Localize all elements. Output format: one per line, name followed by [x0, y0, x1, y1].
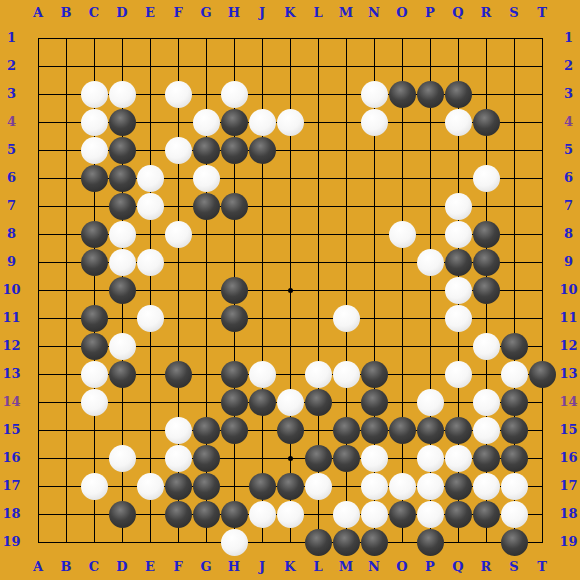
intersection-B19[interactable] [52, 528, 80, 556]
intersection-Q12[interactable] [444, 332, 472, 360]
intersection-E12[interactable] [136, 332, 164, 360]
intersection-C17[interactable] [80, 472, 108, 500]
intersection-O1[interactable] [388, 24, 416, 52]
intersection-F18[interactable] [164, 500, 192, 528]
intersection-B11[interactable] [52, 304, 80, 332]
intersection-Q14[interactable] [444, 388, 472, 416]
intersection-D5[interactable] [108, 136, 136, 164]
intersection-Q2[interactable] [444, 52, 472, 80]
intersection-A11[interactable] [24, 304, 52, 332]
intersection-T16[interactable] [528, 444, 556, 472]
intersection-Q1[interactable] [444, 24, 472, 52]
intersection-Q18[interactable] [444, 500, 472, 528]
intersection-K15[interactable] [276, 416, 304, 444]
intersection-L14[interactable] [304, 388, 332, 416]
intersection-G14[interactable] [192, 388, 220, 416]
intersection-R7[interactable] [472, 192, 500, 220]
intersection-D7[interactable] [108, 192, 136, 220]
intersection-A14[interactable] [24, 388, 52, 416]
intersection-H2[interactable] [220, 52, 248, 80]
intersection-Q9[interactable] [444, 248, 472, 276]
intersection-C15[interactable] [80, 416, 108, 444]
intersection-D8[interactable] [108, 220, 136, 248]
intersection-R15[interactable] [472, 416, 500, 444]
intersection-K17[interactable] [276, 472, 304, 500]
intersection-M13[interactable] [332, 360, 360, 388]
intersection-R1[interactable] [472, 24, 500, 52]
intersection-F5[interactable] [164, 136, 192, 164]
intersection-R2[interactable] [472, 52, 500, 80]
intersection-B15[interactable] [52, 416, 80, 444]
intersection-G11[interactable] [192, 304, 220, 332]
intersection-M19[interactable] [332, 528, 360, 556]
intersection-P11[interactable] [416, 304, 444, 332]
intersection-L16[interactable] [304, 444, 332, 472]
intersection-O18[interactable] [388, 500, 416, 528]
intersection-M3[interactable] [332, 80, 360, 108]
intersection-O6[interactable] [388, 164, 416, 192]
intersection-E19[interactable] [136, 528, 164, 556]
intersection-J2[interactable] [248, 52, 276, 80]
intersection-M12[interactable] [332, 332, 360, 360]
intersection-P19[interactable] [416, 528, 444, 556]
intersection-C11[interactable] [80, 304, 108, 332]
intersection-A17[interactable] [24, 472, 52, 500]
intersection-Q10[interactable] [444, 276, 472, 304]
intersection-S8[interactable] [500, 220, 528, 248]
intersection-P16[interactable] [416, 444, 444, 472]
intersection-O12[interactable] [388, 332, 416, 360]
intersection-N1[interactable] [360, 24, 388, 52]
intersection-O3[interactable] [388, 80, 416, 108]
intersection-J15[interactable] [248, 416, 276, 444]
intersection-P13[interactable] [416, 360, 444, 388]
intersection-J5[interactable] [248, 136, 276, 164]
intersection-C10[interactable] [80, 276, 108, 304]
intersection-A10[interactable] [24, 276, 52, 304]
intersection-K14[interactable] [276, 388, 304, 416]
intersection-T17[interactable] [528, 472, 556, 500]
intersection-Q3[interactable] [444, 80, 472, 108]
intersection-L12[interactable] [304, 332, 332, 360]
intersection-P9[interactable] [416, 248, 444, 276]
intersection-O9[interactable] [388, 248, 416, 276]
intersection-S13[interactable] [500, 360, 528, 388]
intersection-M18[interactable] [332, 500, 360, 528]
intersection-E11[interactable] [136, 304, 164, 332]
intersection-H4[interactable] [220, 108, 248, 136]
intersection-M16[interactable] [332, 444, 360, 472]
intersection-N3[interactable] [360, 80, 388, 108]
intersection-J17[interactable] [248, 472, 276, 500]
intersection-R16[interactable] [472, 444, 500, 472]
intersection-A2[interactable] [24, 52, 52, 80]
intersection-E3[interactable] [136, 80, 164, 108]
intersection-P3[interactable] [416, 80, 444, 108]
intersection-K3[interactable] [276, 80, 304, 108]
intersection-A3[interactable] [24, 80, 52, 108]
intersection-P8[interactable] [416, 220, 444, 248]
intersection-B17[interactable] [52, 472, 80, 500]
intersection-B13[interactable] [52, 360, 80, 388]
intersection-O5[interactable] [388, 136, 416, 164]
intersection-N13[interactable] [360, 360, 388, 388]
intersection-S3[interactable] [500, 80, 528, 108]
intersection-A15[interactable] [24, 416, 52, 444]
intersection-L18[interactable] [304, 500, 332, 528]
intersection-C16[interactable] [80, 444, 108, 472]
intersection-P7[interactable] [416, 192, 444, 220]
intersection-M1[interactable] [332, 24, 360, 52]
intersection-K12[interactable] [276, 332, 304, 360]
intersection-B14[interactable] [52, 388, 80, 416]
intersection-K2[interactable] [276, 52, 304, 80]
intersection-H1[interactable] [220, 24, 248, 52]
intersection-E4[interactable] [136, 108, 164, 136]
intersection-F9[interactable] [164, 248, 192, 276]
intersection-P12[interactable] [416, 332, 444, 360]
intersection-A12[interactable] [24, 332, 52, 360]
intersection-N9[interactable] [360, 248, 388, 276]
intersection-H13[interactable] [220, 360, 248, 388]
intersection-K6[interactable] [276, 164, 304, 192]
intersection-R18[interactable] [472, 500, 500, 528]
intersection-B4[interactable] [52, 108, 80, 136]
intersection-O16[interactable] [388, 444, 416, 472]
intersection-C12[interactable] [80, 332, 108, 360]
intersection-C18[interactable] [80, 500, 108, 528]
intersection-A16[interactable] [24, 444, 52, 472]
intersection-O10[interactable] [388, 276, 416, 304]
intersection-P15[interactable] [416, 416, 444, 444]
intersection-D17[interactable] [108, 472, 136, 500]
intersection-A7[interactable] [24, 192, 52, 220]
intersection-J19[interactable] [248, 528, 276, 556]
intersection-J16[interactable] [248, 444, 276, 472]
intersection-C2[interactable] [80, 52, 108, 80]
intersection-C1[interactable] [80, 24, 108, 52]
intersection-O14[interactable] [388, 388, 416, 416]
intersection-F11[interactable] [164, 304, 192, 332]
intersection-G13[interactable] [192, 360, 220, 388]
intersection-M9[interactable] [332, 248, 360, 276]
intersection-H5[interactable] [220, 136, 248, 164]
intersection-M5[interactable] [332, 136, 360, 164]
intersection-S16[interactable] [500, 444, 528, 472]
intersection-K18[interactable] [276, 500, 304, 528]
intersection-H17[interactable] [220, 472, 248, 500]
intersection-J3[interactable] [248, 80, 276, 108]
intersection-T11[interactable] [528, 304, 556, 332]
intersection-G17[interactable] [192, 472, 220, 500]
intersection-H19[interactable] [220, 528, 248, 556]
intersection-R12[interactable] [472, 332, 500, 360]
intersection-F7[interactable] [164, 192, 192, 220]
intersection-R6[interactable] [472, 164, 500, 192]
intersection-R11[interactable] [472, 304, 500, 332]
intersection-L7[interactable] [304, 192, 332, 220]
intersection-A1[interactable] [24, 24, 52, 52]
intersection-N12[interactable] [360, 332, 388, 360]
intersection-J14[interactable] [248, 388, 276, 416]
intersection-P5[interactable] [416, 136, 444, 164]
intersection-D4[interactable] [108, 108, 136, 136]
intersection-B7[interactable] [52, 192, 80, 220]
intersection-E9[interactable] [136, 248, 164, 276]
intersection-F3[interactable] [164, 80, 192, 108]
intersection-J1[interactable] [248, 24, 276, 52]
intersection-G12[interactable] [192, 332, 220, 360]
intersection-B8[interactable] [52, 220, 80, 248]
intersection-B16[interactable] [52, 444, 80, 472]
intersection-M8[interactable] [332, 220, 360, 248]
intersection-C3[interactable] [80, 80, 108, 108]
intersection-C5[interactable] [80, 136, 108, 164]
intersection-M4[interactable] [332, 108, 360, 136]
intersection-Q7[interactable] [444, 192, 472, 220]
intersection-D16[interactable] [108, 444, 136, 472]
intersection-J8[interactable] [248, 220, 276, 248]
intersection-T1[interactable] [528, 24, 556, 52]
intersection-L9[interactable] [304, 248, 332, 276]
intersection-R8[interactable] [472, 220, 500, 248]
intersection-M7[interactable] [332, 192, 360, 220]
intersection-G1[interactable] [192, 24, 220, 52]
intersection-N14[interactable] [360, 388, 388, 416]
intersection-S11[interactable] [500, 304, 528, 332]
intersection-S19[interactable] [500, 528, 528, 556]
intersection-A18[interactable] [24, 500, 52, 528]
intersection-K4[interactable] [276, 108, 304, 136]
intersection-B2[interactable] [52, 52, 80, 80]
intersection-O17[interactable] [388, 472, 416, 500]
intersection-T9[interactable] [528, 248, 556, 276]
intersection-N6[interactable] [360, 164, 388, 192]
intersection-M2[interactable] [332, 52, 360, 80]
intersection-M10[interactable] [332, 276, 360, 304]
intersection-P10[interactable] [416, 276, 444, 304]
intersection-D3[interactable] [108, 80, 136, 108]
intersection-O11[interactable] [388, 304, 416, 332]
intersection-H11[interactable] [220, 304, 248, 332]
intersection-H3[interactable] [220, 80, 248, 108]
intersection-J7[interactable] [248, 192, 276, 220]
intersection-G5[interactable] [192, 136, 220, 164]
intersection-F16[interactable] [164, 444, 192, 472]
intersection-D1[interactable] [108, 24, 136, 52]
intersection-R17[interactable] [472, 472, 500, 500]
intersection-E15[interactable] [136, 416, 164, 444]
intersection-E8[interactable] [136, 220, 164, 248]
intersection-L6[interactable] [304, 164, 332, 192]
intersection-J11[interactable] [248, 304, 276, 332]
intersection-J10[interactable] [248, 276, 276, 304]
intersection-N7[interactable] [360, 192, 388, 220]
intersection-M14[interactable] [332, 388, 360, 416]
intersection-S4[interactable] [500, 108, 528, 136]
intersection-S15[interactable] [500, 416, 528, 444]
intersection-K8[interactable] [276, 220, 304, 248]
intersection-K10[interactable] [276, 276, 304, 304]
intersection-N8[interactable] [360, 220, 388, 248]
intersection-P17[interactable] [416, 472, 444, 500]
intersection-H15[interactable] [220, 416, 248, 444]
intersection-Q5[interactable] [444, 136, 472, 164]
intersection-L17[interactable] [304, 472, 332, 500]
intersection-O19[interactable] [388, 528, 416, 556]
intersection-T8[interactable] [528, 220, 556, 248]
intersection-H9[interactable] [220, 248, 248, 276]
intersection-F12[interactable] [164, 332, 192, 360]
intersection-K1[interactable] [276, 24, 304, 52]
intersection-T15[interactable] [528, 416, 556, 444]
intersection-A13[interactable] [24, 360, 52, 388]
intersection-D18[interactable] [108, 500, 136, 528]
intersection-N17[interactable] [360, 472, 388, 500]
intersection-S14[interactable] [500, 388, 528, 416]
intersection-Q4[interactable] [444, 108, 472, 136]
intersection-Q6[interactable] [444, 164, 472, 192]
intersection-G6[interactable] [192, 164, 220, 192]
intersection-N19[interactable] [360, 528, 388, 556]
intersection-M15[interactable] [332, 416, 360, 444]
intersection-T3[interactable] [528, 80, 556, 108]
intersection-D9[interactable] [108, 248, 136, 276]
intersection-B10[interactable] [52, 276, 80, 304]
intersection-L13[interactable] [304, 360, 332, 388]
intersection-F2[interactable] [164, 52, 192, 80]
intersection-R19[interactable] [472, 528, 500, 556]
intersection-L10[interactable] [304, 276, 332, 304]
intersection-A5[interactable] [24, 136, 52, 164]
intersection-E7[interactable] [136, 192, 164, 220]
intersection-S6[interactable] [500, 164, 528, 192]
intersection-N4[interactable] [360, 108, 388, 136]
intersection-B9[interactable] [52, 248, 80, 276]
intersection-F1[interactable] [164, 24, 192, 52]
intersection-L8[interactable] [304, 220, 332, 248]
intersection-K19[interactable] [276, 528, 304, 556]
intersection-N10[interactable] [360, 276, 388, 304]
intersection-D14[interactable] [108, 388, 136, 416]
intersection-O4[interactable] [388, 108, 416, 136]
intersection-G8[interactable] [192, 220, 220, 248]
intersection-T18[interactable] [528, 500, 556, 528]
intersection-L11[interactable] [304, 304, 332, 332]
intersection-D11[interactable] [108, 304, 136, 332]
intersection-B12[interactable] [52, 332, 80, 360]
intersection-L3[interactable] [304, 80, 332, 108]
intersection-E5[interactable] [136, 136, 164, 164]
intersection-D10[interactable] [108, 276, 136, 304]
intersection-H18[interactable] [220, 500, 248, 528]
intersection-N18[interactable] [360, 500, 388, 528]
intersection-T13[interactable] [528, 360, 556, 388]
intersection-T12[interactable] [528, 332, 556, 360]
intersection-S7[interactable] [500, 192, 528, 220]
intersection-K7[interactable] [276, 192, 304, 220]
intersection-R9[interactable] [472, 248, 500, 276]
intersection-A9[interactable] [24, 248, 52, 276]
intersection-P14[interactable] [416, 388, 444, 416]
intersection-K16[interactable] [276, 444, 304, 472]
intersection-N5[interactable] [360, 136, 388, 164]
intersection-Q11[interactable] [444, 304, 472, 332]
intersection-L5[interactable] [304, 136, 332, 164]
intersection-C14[interactable] [80, 388, 108, 416]
intersection-A8[interactable] [24, 220, 52, 248]
intersection-Q8[interactable] [444, 220, 472, 248]
intersection-N2[interactable] [360, 52, 388, 80]
intersection-R3[interactable] [472, 80, 500, 108]
intersection-E2[interactable] [136, 52, 164, 80]
intersection-F10[interactable] [164, 276, 192, 304]
intersection-T14[interactable] [528, 388, 556, 416]
intersection-D13[interactable] [108, 360, 136, 388]
intersection-B18[interactable] [52, 500, 80, 528]
intersection-H16[interactable] [220, 444, 248, 472]
intersection-G10[interactable] [192, 276, 220, 304]
intersection-D6[interactable] [108, 164, 136, 192]
intersection-T7[interactable] [528, 192, 556, 220]
intersection-J18[interactable] [248, 500, 276, 528]
intersection-P1[interactable] [416, 24, 444, 52]
intersection-O13[interactable] [388, 360, 416, 388]
intersection-G16[interactable] [192, 444, 220, 472]
intersection-K5[interactable] [276, 136, 304, 164]
intersection-H10[interactable] [220, 276, 248, 304]
intersection-N15[interactable] [360, 416, 388, 444]
intersection-Q19[interactable] [444, 528, 472, 556]
intersection-Q16[interactable] [444, 444, 472, 472]
intersection-L2[interactable] [304, 52, 332, 80]
intersection-F6[interactable] [164, 164, 192, 192]
intersection-T4[interactable] [528, 108, 556, 136]
intersection-T19[interactable] [528, 528, 556, 556]
intersection-C6[interactable] [80, 164, 108, 192]
intersection-T2[interactable] [528, 52, 556, 80]
intersection-R13[interactable] [472, 360, 500, 388]
intersection-J4[interactable] [248, 108, 276, 136]
intersection-J12[interactable] [248, 332, 276, 360]
intersection-Q15[interactable] [444, 416, 472, 444]
intersection-C19[interactable] [80, 528, 108, 556]
intersection-N11[interactable] [360, 304, 388, 332]
intersection-S17[interactable] [500, 472, 528, 500]
intersection-F15[interactable] [164, 416, 192, 444]
intersection-O2[interactable] [388, 52, 416, 80]
intersection-Q13[interactable] [444, 360, 472, 388]
intersection-L1[interactable] [304, 24, 332, 52]
intersection-H8[interactable] [220, 220, 248, 248]
intersection-S10[interactable] [500, 276, 528, 304]
intersection-L19[interactable] [304, 528, 332, 556]
intersection-A19[interactable] [24, 528, 52, 556]
intersection-S9[interactable] [500, 248, 528, 276]
intersection-F4[interactable] [164, 108, 192, 136]
intersection-O8[interactable] [388, 220, 416, 248]
intersection-E17[interactable] [136, 472, 164, 500]
intersection-S2[interactable] [500, 52, 528, 80]
intersection-R4[interactable] [472, 108, 500, 136]
intersection-R14[interactable] [472, 388, 500, 416]
intersection-G9[interactable] [192, 248, 220, 276]
intersection-G2[interactable] [192, 52, 220, 80]
intersection-D19[interactable] [108, 528, 136, 556]
intersection-M17[interactable] [332, 472, 360, 500]
intersection-B1[interactable] [52, 24, 80, 52]
intersection-E16[interactable] [136, 444, 164, 472]
